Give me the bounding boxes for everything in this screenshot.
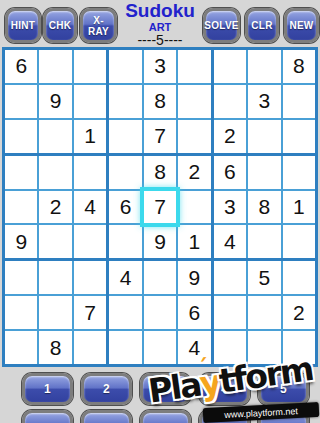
cell-r8c9[interactable]: 2 [283,296,315,329]
cell-r7c4[interactable]: 4 [109,261,141,294]
cell-r5c9[interactable]: 1 [283,191,315,224]
cell-r5c2[interactable]: 2 [39,191,71,224]
sudoku-box: 832 [214,50,315,153]
cell-r2c5[interactable]: 8 [144,85,176,118]
cell-r5c8[interactable]: 8 [248,191,280,224]
cell-r5c7[interactable]: 3 [214,191,246,224]
clear-button[interactable]: CLR [245,8,279,43]
cell-r3c4[interactable] [109,120,141,153]
cell-r1c5[interactable]: 3 [144,50,176,83]
app-title: Sudoku [115,1,205,21]
keypad-row1-button-1[interactable]: 1 [22,373,73,405]
cell-r8c5[interactable] [144,296,176,329]
level-indicator: ----5---- [115,33,205,48]
cell-r3c2[interactable] [39,120,71,153]
cell-r2c3[interactable] [74,85,106,118]
cell-r6c2[interactable] [39,225,71,258]
cell-r1c4[interactable] [109,50,141,83]
cell-r3c6[interactable] [178,120,210,153]
cell-r1c1[interactable]: 6 [5,50,37,83]
new-button[interactable]: NEW [284,8,319,43]
xray-button[interactable]: X-RAY [80,8,117,43]
cell-r3c8[interactable] [248,120,280,153]
watermark: Pla´ytform www.playtform.net [142,371,320,423]
cell-r2c1[interactable] [5,85,37,118]
cell-r3c7[interactable]: 2 [214,120,246,153]
cell-r6c6[interactable]: 1 [178,225,210,258]
sudoku-grid: 6913878322498267916381478496452 [2,47,318,367]
cell-r9c3[interactable] [74,331,106,364]
cell-r8c4[interactable] [109,296,141,329]
title-block: Sudoku ART ----5---- [115,1,205,48]
cell-r8c8[interactable] [248,296,280,329]
cell-r7c3[interactable] [74,261,106,294]
sudoku-box: 387 [109,50,210,153]
cell-r9c2[interactable]: 8 [39,331,71,364]
cell-r6c5[interactable]: 9 [144,225,176,258]
cell-r7c7[interactable] [214,261,246,294]
cell-r2c2[interactable]: 9 [39,85,71,118]
cell-r6c9[interactable] [283,225,315,258]
cell-r6c8[interactable] [248,225,280,258]
keypad-row1-button-2[interactable]: 2 [81,373,132,405]
cell-r5c6[interactable] [178,191,210,224]
cell-r6c1[interactable]: 9 [5,225,37,258]
cell-r5c1[interactable] [5,191,37,224]
cell-r2c8[interactable]: 3 [248,85,280,118]
cell-r8c7[interactable] [214,296,246,329]
cell-r1c7[interactable] [214,50,246,83]
cell-r4c6[interactable]: 2 [178,156,210,189]
cell-r3c1[interactable] [5,120,37,153]
cell-r8c1[interactable] [5,296,37,329]
cell-r2c7[interactable] [214,85,246,118]
cell-r7c6[interactable]: 9 [178,261,210,294]
cell-r3c5[interactable]: 7 [144,120,176,153]
cell-r4c1[interactable] [5,156,37,189]
cell-r2c9[interactable] [283,85,315,118]
cell-r7c5[interactable] [144,261,176,294]
cell-r4c5[interactable]: 8 [144,156,176,189]
cell-r5c3[interactable]: 4 [74,191,106,224]
cell-r9c5[interactable] [144,331,176,364]
cell-r4c4[interactable] [109,156,141,189]
cell-r6c7[interactable]: 4 [214,225,246,258]
cell-r9c1[interactable] [5,331,37,364]
cell-r1c6[interactable] [178,50,210,83]
keypad-row2-button-1[interactable] [22,410,73,423]
watermark-url: www.playtform.net [203,402,320,423]
sudoku-box: 78 [5,261,106,364]
cell-r2c6[interactable] [178,85,210,118]
cell-r4c8[interactable] [248,156,280,189]
cell-r8c3[interactable]: 7 [74,296,106,329]
cell-r4c3[interactable] [74,156,106,189]
cell-r9c4[interactable] [109,331,141,364]
sudoku-box: 4964 [109,261,210,364]
cell-r7c1[interactable] [5,261,37,294]
cell-r6c3[interactable] [74,225,106,258]
sudoku-box: 63814 [214,156,315,259]
check-button[interactable]: CHK [43,8,77,43]
cell-r6c4[interactable] [109,225,141,258]
hint-button[interactable]: HINT [5,8,41,43]
cell-r1c3[interactable] [74,50,106,83]
sudoku-box: 691 [5,50,106,153]
cell-r4c9[interactable] [283,156,315,189]
cell-r3c3[interactable]: 1 [74,120,106,153]
sudoku-box: 52 [214,261,315,364]
cell-r8c2[interactable] [39,296,71,329]
cell-r1c2[interactable] [39,50,71,83]
sudoku-box: 249 [5,156,106,259]
cell-r8c6[interactable]: 6 [178,296,210,329]
cell-r7c9[interactable] [283,261,315,294]
sudoku-box: 826791 [109,156,210,259]
keypad-row2-button-2[interactable] [81,410,132,423]
cell-r4c2[interactable] [39,156,71,189]
cell-r4c7[interactable]: 6 [214,156,246,189]
cell-r5c4[interactable]: 6 [109,191,141,224]
cell-r5c5[interactable]: 7 [144,191,176,224]
solve-button[interactable]: SOLVE [203,8,240,43]
cell-r7c2[interactable] [39,261,71,294]
app-window: HINT CHK X-RAY Sudoku ART ----5---- SOLV… [0,0,320,423]
cell-r1c8[interactable] [248,50,280,83]
cell-r1c9[interactable]: 8 [283,50,315,83]
cell-r2c4[interactable] [109,85,141,118]
cell-r3c9[interactable] [283,120,315,153]
cell-r7c8[interactable]: 5 [248,261,280,294]
